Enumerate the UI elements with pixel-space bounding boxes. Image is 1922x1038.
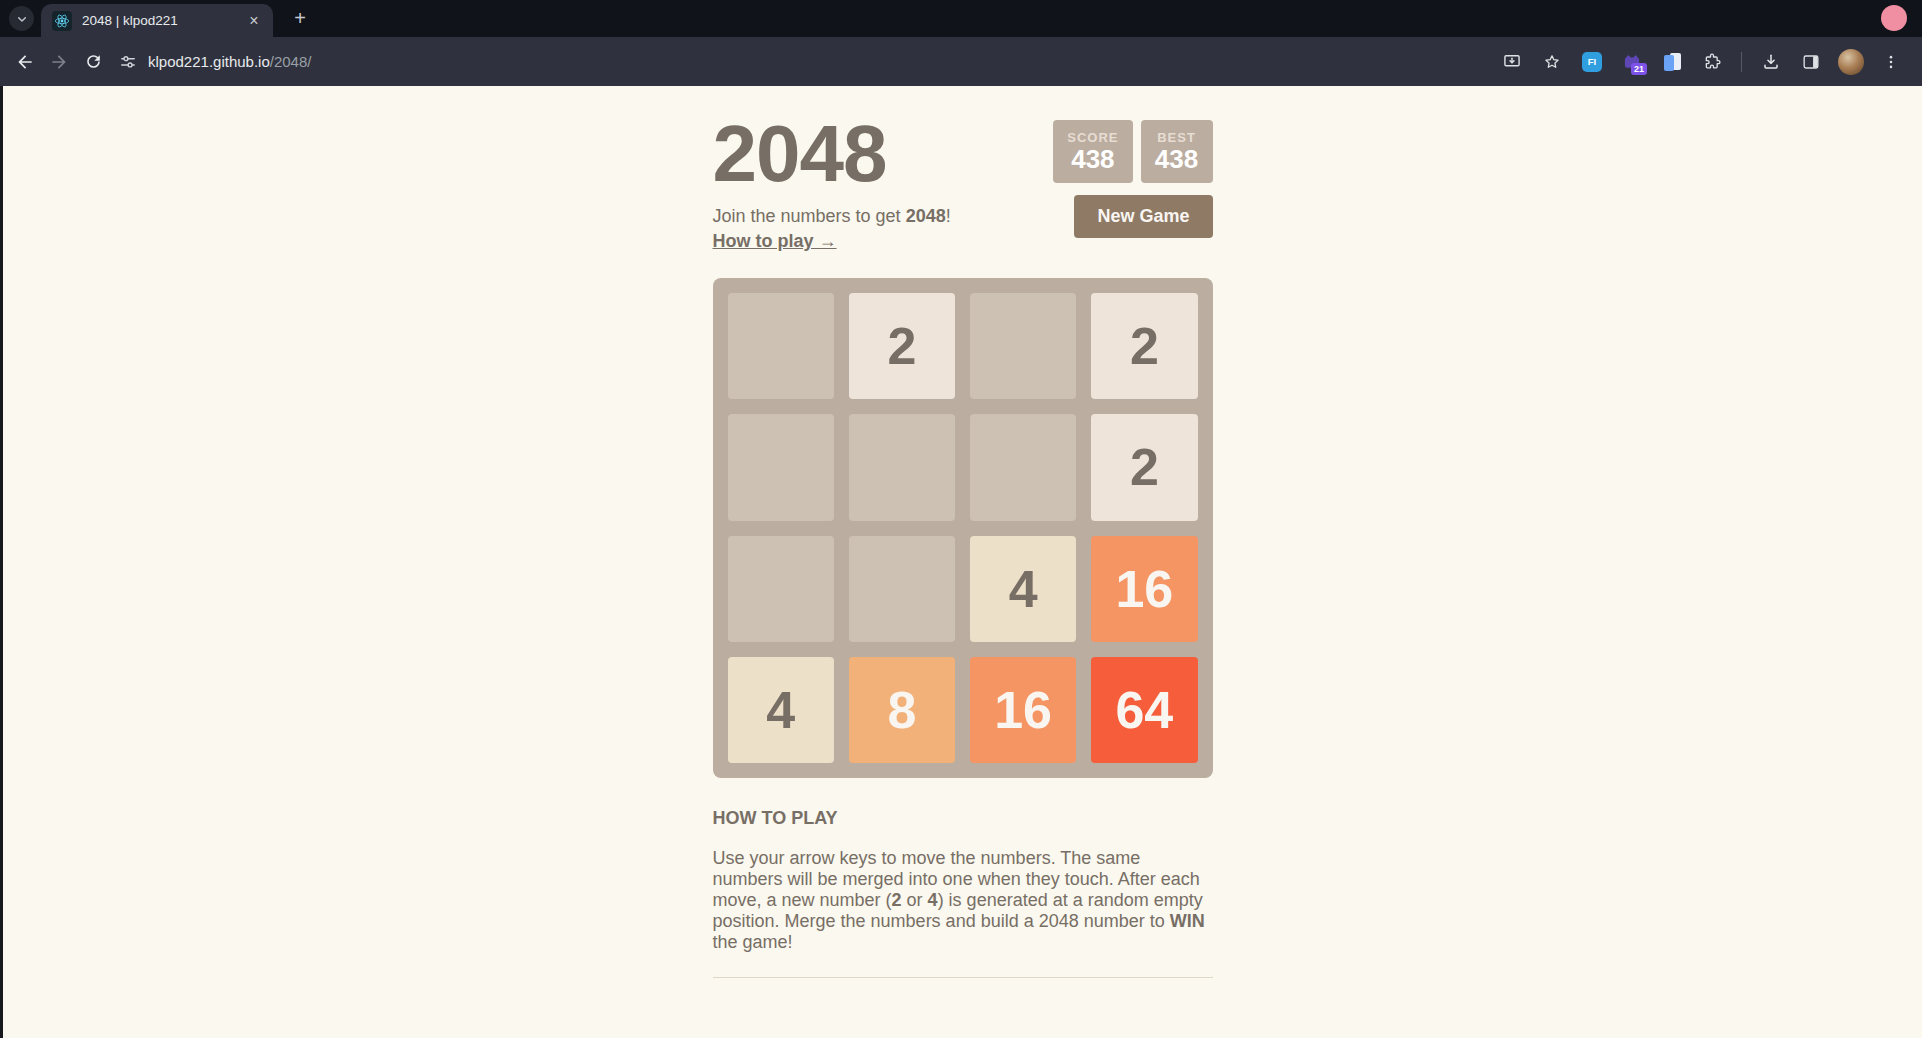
tile-2: 2 <box>1091 293 1197 399</box>
tile-16: 16 <box>970 657 1076 763</box>
reload-button[interactable] <box>76 45 110 79</box>
puzzle-piece-icon <box>1702 52 1722 72</box>
reload-icon <box>84 52 103 71</box>
close-tab-icon[interactable]: × <box>245 12 263 30</box>
forward-arrow-icon <box>49 52 69 72</box>
tab-strip: 2048 | klpod221 × + <box>0 0 1922 37</box>
empty-cell <box>728 293 834 399</box>
score-box: SCORE 438 <box>1053 120 1132 183</box>
toolbar-separator <box>1741 52 1742 72</box>
browser-tab[interactable]: 2048 | klpod221 × <box>41 4 273 37</box>
tile-4: 4 <box>728 657 834 763</box>
tile-2: 2 <box>1091 414 1197 520</box>
chevron-down-icon <box>14 11 30 27</box>
new-game-button[interactable]: New Game <box>1074 195 1212 238</box>
tile-64: 64 <box>1091 657 1197 763</box>
browser-toolbar: klpod221.github.io/2048/ FI 21 <box>0 37 1922 86</box>
subtitle-text: Join the numbers to get <box>713 206 906 226</box>
downloads-button[interactable] <box>1754 45 1788 79</box>
header-left: 2048 Join the numbers to get 2048! How t… <box>713 120 951 252</box>
tile-2: 2 <box>849 293 955 399</box>
subtitle-goal: 2048 <box>906 206 946 226</box>
how-to-play-section: HOW TO PLAY Use your arrow keys to move … <box>713 808 1213 978</box>
url-text: klpod221.github.io/2048/ <box>148 53 311 70</box>
extension-badge-count: 21 <box>1631 63 1647 75</box>
empty-cell <box>728 536 834 642</box>
board-grid: 222416481664 <box>713 278 1213 778</box>
extensions-menu-button[interactable] <box>1695 45 1729 79</box>
site-info-icon[interactable] <box>118 52 138 72</box>
install-app-button[interactable] <box>1495 45 1529 79</box>
purple-extension-icon: 21 <box>1622 52 1642 72</box>
tile-8: 8 <box>849 657 955 763</box>
how-to-play-link[interactable]: How to play → <box>713 231 837 252</box>
extension-badge-button[interactable]: 21 <box>1615 45 1649 79</box>
web-page: 2048 Join the numbers to get 2048! How t… <box>0 86 1922 1038</box>
scores-row: SCORE 438 BEST 438 <box>1053 120 1212 183</box>
empty-cell <box>728 414 834 520</box>
best-label: BEST <box>1155 130 1199 145</box>
tab-search-button[interactable] <box>9 6 34 31</box>
kebab-menu-icon <box>1882 53 1900 71</box>
htp-strong-win: WIN <box>1170 911 1205 931</box>
htp-strong-2: 2 <box>892 890 902 910</box>
empty-cell <box>849 414 955 520</box>
toolbar-right-cluster: FI 21 <box>1495 45 1908 79</box>
header-right: SCORE 438 BEST 438 New Game <box>1053 120 1212 238</box>
back-arrow-icon <box>15 52 35 72</box>
empty-cell <box>849 536 955 642</box>
tile-4: 4 <box>970 536 1076 642</box>
game-container: 2048 Join the numbers to get 2048! How t… <box>713 86 1213 978</box>
profile-button[interactable] <box>1834 45 1868 79</box>
extension-docs-button[interactable] <box>1655 45 1689 79</box>
url-host: klpod221.github.io <box>148 53 270 70</box>
extension-fi-button[interactable]: FI <box>1575 45 1609 79</box>
star-icon <box>1542 52 1562 72</box>
score-label: SCORE <box>1067 130 1118 145</box>
profile-avatar <box>1838 49 1864 75</box>
divider <box>713 977 1213 978</box>
bookmark-button[interactable] <box>1535 45 1569 79</box>
side-panel-icon <box>1801 52 1821 72</box>
install-screen-icon <box>1502 52 1522 72</box>
recording-indicator-dot <box>1881 5 1907 31</box>
forward-button[interactable] <box>42 45 76 79</box>
browser-window: 2048 | klpod221 × + <box>0 0 1922 1038</box>
subtitle-suffix: ! <box>946 206 951 226</box>
subtitle: Join the numbers to get 2048! <box>713 206 951 227</box>
back-button[interactable] <box>8 45 42 79</box>
how-to-play-text: Use your arrow keys to move the numbers.… <box>713 848 1213 953</box>
game-header: 2048 Join the numbers to get 2048! How t… <box>713 120 1213 252</box>
empty-cell <box>970 293 1076 399</box>
docs-extension-icon <box>1662 52 1682 72</box>
download-icon <box>1761 52 1781 72</box>
page-title: 2048 <box>713 120 951 188</box>
side-panel-button[interactable] <box>1794 45 1828 79</box>
best-value: 438 <box>1155 145 1199 174</box>
htp-seg4: the game! <box>713 932 793 952</box>
empty-cell <box>970 414 1076 520</box>
omnibox[interactable]: klpod221.github.io/2048/ <box>118 52 1495 72</box>
htp-strong-4: 4 <box>928 890 938 910</box>
browser-menu-button[interactable] <box>1874 45 1908 79</box>
new-tab-button[interactable]: + <box>288 7 312 31</box>
best-box: BEST 438 <box>1141 120 1213 183</box>
tile-16: 16 <box>1091 536 1197 642</box>
fi-extension-icon: FI <box>1582 52 1602 72</box>
tab-title: 2048 | klpod221 <box>82 13 245 28</box>
htp-seg2: or <box>902 890 928 910</box>
how-to-play-heading: HOW TO PLAY <box>713 808 1213 829</box>
react-favicon-icon <box>52 11 72 31</box>
url-path: /2048/ <box>270 53 312 70</box>
score-value: 438 <box>1067 145 1118 174</box>
